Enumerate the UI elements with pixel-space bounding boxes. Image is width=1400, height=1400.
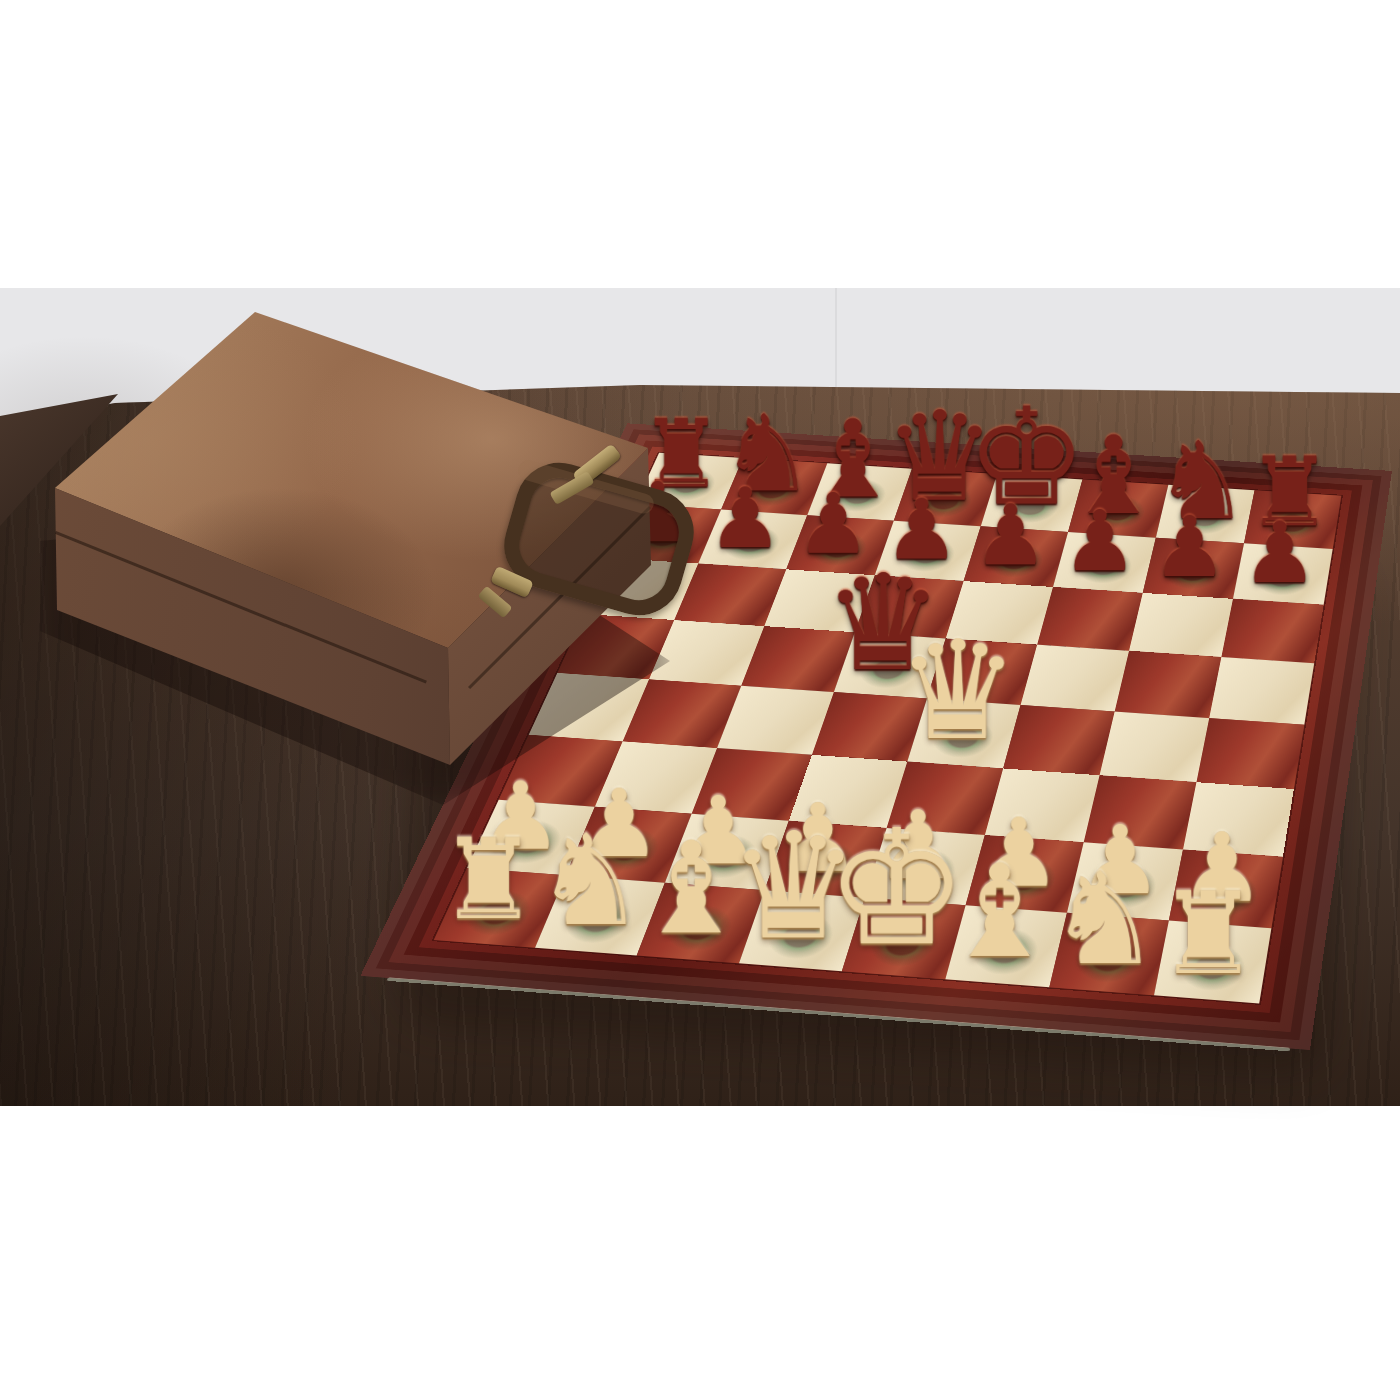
red-pawn-h7[interactable]: ♟: [1242, 515, 1318, 592]
square-f4[interactable]: [1003, 705, 1114, 775]
storage-box: [30, 295, 690, 775]
square-e7[interactable]: ♟: [964, 526, 1068, 587]
red-pawn-b7[interactable]: ♟: [708, 481, 782, 557]
square-f6[interactable]: [1037, 587, 1143, 651]
white-queen-e4[interactable]: ♛: [897, 628, 1019, 754]
square-e4[interactable]: ♛: [907, 699, 1020, 769]
square-h1[interactable]: ♜: [1154, 920, 1271, 1003]
white-knight-g1[interactable]: ♞: [1047, 862, 1161, 979]
red-pawn-f7[interactable]: ♟: [1062, 503, 1137, 580]
white-bishop-f1[interactable]: ♝: [942, 852, 1057, 970]
square-g1[interactable]: ♞: [1049, 913, 1169, 995]
white-knight-b1[interactable]: ♞: [534, 824, 646, 939]
square-h6[interactable]: [1221, 599, 1323, 663]
square-g7[interactable]: ♟: [1143, 538, 1244, 599]
square-h4[interactable]: [1196, 718, 1304, 789]
red-pawn-g7[interactable]: ♟: [1152, 509, 1227, 586]
red-pawn-e7[interactable]: ♟: [973, 497, 1048, 574]
square-g4[interactable]: [1100, 712, 1210, 783]
square-f7[interactable]: ♟: [1053, 532, 1156, 593]
square-b7[interactable]: ♟: [698, 510, 807, 570]
square-g6[interactable]: [1129, 593, 1233, 657]
square-h7[interactable]: ♟: [1233, 543, 1333, 605]
white-rook-h1[interactable]: ♜: [1158, 882, 1260, 986]
square-g5[interactable]: [1115, 651, 1222, 718]
white-rook-a1[interactable]: ♜: [439, 829, 539, 931]
square-f5[interactable]: [1021, 645, 1129, 712]
wall-seam: [835, 288, 837, 398]
square-h5[interactable]: [1209, 657, 1314, 725]
